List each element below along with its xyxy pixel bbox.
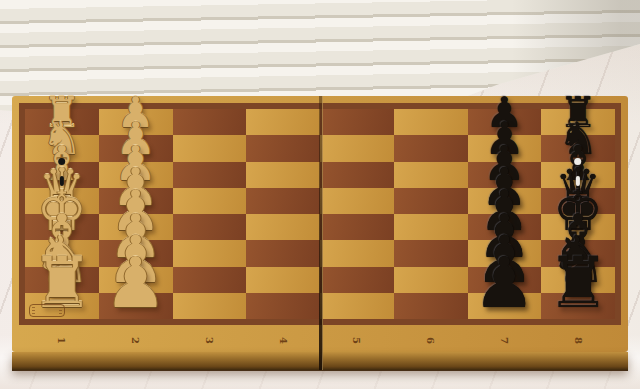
square-d2[interactable]: ♟ xyxy=(99,188,173,214)
square-f8[interactable]: ♝ xyxy=(541,240,615,266)
white-rook-a1: ♜ xyxy=(43,92,81,134)
black-pawn-a7: ♟ xyxy=(486,92,524,134)
square-f3[interactable] xyxy=(173,240,247,266)
square-h2[interactable]: ♟ xyxy=(99,293,173,319)
rank-label: 2 xyxy=(130,337,141,344)
square-a8[interactable]: ♜ xyxy=(541,109,615,135)
square-h7[interactable]: ♟ xyxy=(468,293,542,319)
chess-photo-scene: ♜♟♟♜♞♟♟♞♝♟♟♝♛♟♟♛♚♟♟♚♝♟♟♝♞♟♟♞♜♟♟♜ 1234567… xyxy=(0,0,640,389)
square-d8[interactable]: ♛ xyxy=(541,188,615,214)
square-d3[interactable] xyxy=(173,188,247,214)
white-pawn-a2: ♟ xyxy=(117,92,155,134)
square-b1[interactable]: ♞ xyxy=(25,135,99,161)
square-a5[interactable] xyxy=(320,109,394,135)
square-c6[interactable] xyxy=(394,162,468,188)
square-g6[interactable] xyxy=(394,267,468,293)
square-g3[interactable] xyxy=(173,267,247,293)
hinge-seam-icon xyxy=(319,96,323,370)
square-b3[interactable] xyxy=(173,135,247,161)
square-e5[interactable] xyxy=(320,214,394,240)
rank-label: 6 xyxy=(425,337,436,344)
square-f7[interactable]: ♟ xyxy=(468,240,542,266)
square-g1[interactable]: ♞ xyxy=(25,267,99,293)
square-e6[interactable] xyxy=(394,214,468,240)
square-b6[interactable] xyxy=(394,135,468,161)
square-f5[interactable] xyxy=(320,240,394,266)
square-d5[interactable] xyxy=(320,188,394,214)
square-g4[interactable] xyxy=(246,267,320,293)
square-f4[interactable] xyxy=(246,240,320,266)
chessboard: ♜♟♟♜♞♟♟♞♝♟♟♝♛♟♟♛♚♟♟♚♝♟♟♝♞♟♟♞♜♟♟♜ 1234567… xyxy=(0,0,640,389)
rank-label: 1 xyxy=(56,337,67,344)
square-a7[interactable]: ♟ xyxy=(468,109,542,135)
square-e3[interactable] xyxy=(173,214,247,240)
rank-label: 3 xyxy=(204,337,215,344)
square-b2[interactable]: ♟ xyxy=(99,135,173,161)
square-b5[interactable] xyxy=(320,135,394,161)
square-f1[interactable]: ♝ xyxy=(25,240,99,266)
square-f2[interactable]: ♟ xyxy=(99,240,173,266)
square-h3[interactable] xyxy=(173,293,247,319)
square-a2[interactable]: ♟ xyxy=(99,109,173,135)
square-d4[interactable] xyxy=(246,188,320,214)
square-c8[interactable]: ♝ xyxy=(541,162,615,188)
square-h4[interactable] xyxy=(246,293,320,319)
square-b7[interactable]: ♟ xyxy=(468,135,542,161)
square-g7[interactable]: ♟ xyxy=(468,267,542,293)
square-g8[interactable]: ♞ xyxy=(541,267,615,293)
square-d7[interactable]: ♟ xyxy=(468,188,542,214)
square-b4[interactable] xyxy=(246,135,320,161)
square-b8[interactable]: ♞ xyxy=(541,135,615,161)
square-a1[interactable]: ♜ xyxy=(25,109,99,135)
square-c7[interactable]: ♟ xyxy=(468,162,542,188)
square-d1[interactable]: ♛ xyxy=(25,188,99,214)
black-rook-a8: ♜ xyxy=(559,92,597,134)
square-g2[interactable]: ♟ xyxy=(99,267,173,293)
square-c3[interactable] xyxy=(173,162,247,188)
rank-label: 5 xyxy=(351,337,362,344)
square-h8[interactable]: ♜ xyxy=(541,293,615,319)
square-d6[interactable] xyxy=(394,188,468,214)
rank-label: 7 xyxy=(499,337,510,344)
square-c4[interactable] xyxy=(246,162,320,188)
square-h1[interactable]: ♜ xyxy=(25,293,99,319)
rank-label: 4 xyxy=(278,337,289,344)
square-h6[interactable] xyxy=(394,293,468,319)
square-a6[interactable] xyxy=(394,109,468,135)
square-e7[interactable]: ♟ xyxy=(468,214,542,240)
square-e2[interactable]: ♟ xyxy=(99,214,173,240)
square-e1[interactable]: ♚ xyxy=(25,214,99,240)
square-e8[interactable]: ♚ xyxy=(541,214,615,240)
square-g5[interactable] xyxy=(320,267,394,293)
square-f6[interactable] xyxy=(394,240,468,266)
square-a3[interactable] xyxy=(173,109,247,135)
square-c1[interactable]: ♝ xyxy=(25,162,99,188)
square-c2[interactable]: ♟ xyxy=(99,162,173,188)
square-c5[interactable] xyxy=(320,162,394,188)
square-a4[interactable] xyxy=(246,109,320,135)
square-h5[interactable] xyxy=(320,293,394,319)
square-e4[interactable] xyxy=(246,214,320,240)
rank-label: 8 xyxy=(573,337,584,344)
factory-stamp-icon xyxy=(29,304,65,317)
